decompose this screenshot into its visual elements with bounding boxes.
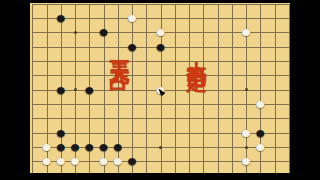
- grid-line-horizontal: [32, 4, 290, 5]
- grid-line-horizontal: [32, 18, 290, 19]
- grid-line-horizontal: [32, 75, 290, 76]
- grid-line-horizontal: [32, 61, 290, 62]
- star-point: [245, 88, 248, 91]
- go-board[interactable]: [30, 3, 290, 173]
- grid-line-horizontal: [32, 118, 290, 119]
- star-point: [159, 146, 162, 149]
- star-point: [74, 88, 77, 91]
- star-point: [245, 146, 248, 149]
- star-point: [74, 146, 77, 149]
- video-frame: 天元一占 大势已定: [0, 0, 320, 180]
- grid-line-horizontal: [32, 47, 290, 48]
- star-point: [159, 31, 162, 34]
- grid-line-horizontal: [32, 104, 290, 105]
- grid-line-horizontal: [32, 133, 290, 134]
- star-point: [74, 31, 77, 34]
- grid-line-horizontal: [32, 161, 290, 162]
- caption-right-outcome: 大势已定: [185, 46, 209, 142]
- star-point: [245, 31, 248, 34]
- caption-left-tengen: 天元一占: [108, 46, 132, 142]
